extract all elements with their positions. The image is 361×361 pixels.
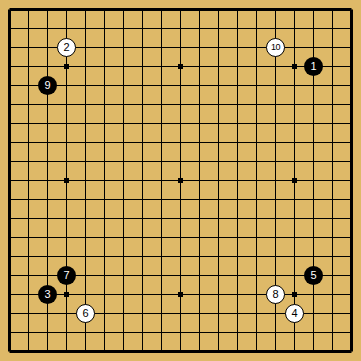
stone-white-8[interactable]: 8: [266, 285, 285, 304]
stone-black-7[interactable]: 7: [57, 266, 76, 285]
stone-white-2[interactable]: 2: [57, 38, 76, 57]
stone-black-3[interactable]: 3: [38, 285, 57, 304]
stone-black-9[interactable]: 9: [38, 76, 57, 95]
stone-black-1[interactable]: 1: [304, 57, 323, 76]
stone-white-6[interactable]: 6: [76, 304, 95, 323]
go-board[interactable]: 12345678910: [0, 0, 361, 361]
stone-black-5[interactable]: 5: [304, 266, 323, 285]
stone-white-4[interactable]: 4: [285, 304, 304, 323]
stones-layer: 12345678910: [0, 0, 361, 361]
stone-white-10[interactable]: 10: [266, 38, 285, 57]
